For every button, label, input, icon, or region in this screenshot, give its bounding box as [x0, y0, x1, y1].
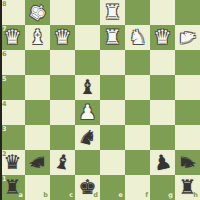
- file-label-c: c: [69, 192, 73, 199]
- square-e4[interactable]: [100, 100, 125, 125]
- square-b1[interactable]: b: [25, 175, 50, 200]
- square-g3[interactable]: [150, 125, 175, 150]
- piece-white-queen[interactable]: ♛: [0, 25, 25, 50]
- chess-board-screenshot: 8♚♜7♛♝♛♜♞♛♞65♝4♟3♞2♛♞♝♟♞1a♜bcd♚efgh♜: [0, 0, 200, 200]
- square-g1[interactable]: g: [150, 175, 175, 200]
- piece-black-knight[interactable]: ♞: [72, 122, 102, 152]
- square-c2[interactable]: ♝: [50, 150, 75, 175]
- square-h6[interactable]: [175, 50, 200, 75]
- square-a6[interactable]: 6: [0, 50, 25, 75]
- square-a2[interactable]: 2♛: [0, 150, 25, 175]
- square-c8[interactable]: [50, 0, 75, 25]
- square-e6[interactable]: [100, 50, 125, 75]
- piece-black-bishop[interactable]: ♝: [48, 148, 77, 177]
- square-h4[interactable]: [175, 100, 200, 125]
- rank-label-4: 4: [2, 101, 7, 108]
- square-c7[interactable]: ♛: [50, 25, 75, 50]
- square-f3[interactable]: [125, 125, 150, 150]
- piece-white-pawn[interactable]: ♟: [75, 100, 100, 125]
- square-g5[interactable]: [150, 75, 175, 100]
- square-h7[interactable]: ♞: [175, 25, 200, 50]
- square-a4[interactable]: 4: [0, 100, 25, 125]
- square-h8[interactable]: [175, 0, 200, 25]
- square-d4[interactable]: ♟: [75, 100, 100, 125]
- file-label-g: g: [168, 192, 173, 199]
- square-d5[interactable]: ♝: [75, 75, 100, 100]
- piece-black-pawn[interactable]: ♟: [148, 148, 178, 178]
- square-e8[interactable]: ♜: [100, 0, 125, 25]
- chess-board: 8♚♜7♛♝♛♜♞♛♞65♝4♟3♞2♛♞♝♟♞1a♜bcd♚efgh♜: [0, 0, 200, 200]
- square-e5[interactable]: [100, 75, 125, 100]
- square-h3[interactable]: [175, 125, 200, 150]
- piece-black-bishop[interactable]: ♝: [75, 75, 100, 100]
- square-e1[interactable]: e: [100, 175, 125, 200]
- square-g4[interactable]: [150, 100, 175, 125]
- square-b2[interactable]: ♞: [25, 150, 50, 175]
- rank-label-5: 5: [2, 76, 7, 83]
- piece-white-rook[interactable]: ♜: [100, 0, 125, 25]
- square-g8[interactable]: [150, 0, 175, 25]
- square-b4[interactable]: [25, 100, 50, 125]
- square-e7[interactable]: ♜: [100, 25, 125, 50]
- square-b6[interactable]: [25, 50, 50, 75]
- square-f1[interactable]: f: [125, 175, 150, 200]
- rank-label-8: 8: [2, 1, 7, 8]
- square-f6[interactable]: [125, 50, 150, 75]
- piece-black-queen[interactable]: ♛: [0, 150, 25, 175]
- square-c6[interactable]: [50, 50, 75, 75]
- square-c1[interactable]: c: [50, 175, 75, 200]
- square-b7[interactable]: ♝: [25, 25, 50, 50]
- piece-white-queen[interactable]: ♛: [150, 25, 175, 50]
- piece-black-king[interactable]: ♚: [75, 175, 100, 200]
- square-f8[interactable]: [125, 0, 150, 25]
- file-label-e: e: [119, 192, 123, 199]
- piece-black-rook[interactable]: ♜: [0, 175, 25, 200]
- square-d2[interactable]: [75, 150, 100, 175]
- piece-white-queen[interactable]: ♛: [50, 25, 75, 50]
- piece-white-rook[interactable]: ♜: [100, 25, 125, 50]
- square-g7[interactable]: ♛: [150, 25, 175, 50]
- rank-label-3: 3: [2, 126, 7, 133]
- square-f5[interactable]: [125, 75, 150, 100]
- square-d8[interactable]: [75, 0, 100, 25]
- square-f7[interactable]: ♞: [125, 25, 150, 50]
- window-edge-strip: [0, 0, 2, 200]
- square-a3[interactable]: 3: [0, 125, 25, 150]
- square-b8[interactable]: ♚: [25, 0, 50, 25]
- square-a1[interactable]: 1a♜: [0, 175, 25, 200]
- piece-white-knight[interactable]: ♞: [125, 25, 150, 50]
- rank-label-6: 6: [2, 51, 7, 58]
- file-label-b: b: [43, 192, 48, 199]
- square-e3[interactable]: [100, 125, 125, 150]
- square-g6[interactable]: [150, 50, 175, 75]
- square-d6[interactable]: [75, 50, 100, 75]
- square-b5[interactable]: [25, 75, 50, 100]
- piece-white-knight[interactable]: ♞: [175, 25, 200, 50]
- square-g2[interactable]: ♟: [150, 150, 175, 175]
- square-b3[interactable]: [25, 125, 50, 150]
- square-f2[interactable]: [125, 150, 150, 175]
- square-c5[interactable]: [50, 75, 75, 100]
- square-h2[interactable]: ♞: [175, 150, 200, 175]
- piece-white-bishop[interactable]: ♝: [25, 25, 50, 50]
- square-h5[interactable]: [175, 75, 200, 100]
- square-d1[interactable]: d♚: [75, 175, 100, 200]
- piece-black-knight[interactable]: ♞: [175, 150, 200, 175]
- square-h1[interactable]: h♜: [175, 175, 200, 200]
- piece-black-knight[interactable]: ♞: [25, 150, 50, 175]
- square-f4[interactable]: [125, 100, 150, 125]
- file-label-f: f: [145, 192, 148, 199]
- square-d3[interactable]: ♞: [75, 125, 100, 150]
- square-a7[interactable]: 7♛: [0, 25, 25, 50]
- square-e2[interactable]: [100, 150, 125, 175]
- square-d7[interactable]: [75, 25, 100, 50]
- piece-black-rook[interactable]: ♜: [175, 175, 200, 200]
- square-c4[interactable]: [50, 100, 75, 125]
- square-a5[interactable]: 5: [0, 75, 25, 100]
